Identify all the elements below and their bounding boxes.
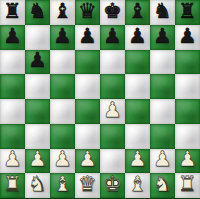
- piece-white-pawn[interactable]: ♟: [78, 149, 97, 170]
- square-c8[interactable]: ♝: [50, 0, 75, 25]
- square-h7[interactable]: ♟: [175, 25, 200, 50]
- square-c1[interactable]: ♝: [50, 173, 75, 198]
- square-b6[interactable]: ♟: [25, 50, 50, 75]
- piece-black-king[interactable]: ♚: [103, 1, 122, 22]
- piece-white-pawn[interactable]: ♟: [128, 149, 147, 170]
- piece-white-pawn[interactable]: ♟: [153, 149, 172, 170]
- piece-black-pawn[interactable]: ♟: [53, 26, 72, 47]
- square-h5[interactable]: [175, 74, 200, 99]
- piece-white-knight[interactable]: ♞: [153, 174, 172, 195]
- square-b2[interactable]: ♟: [25, 149, 50, 174]
- square-c4[interactable]: [50, 99, 75, 124]
- piece-white-bishop[interactable]: ♝: [128, 174, 147, 195]
- piece-black-pawn[interactable]: ♟: [103, 26, 122, 47]
- square-f7[interactable]: ♟: [125, 25, 150, 50]
- piece-black-queen[interactable]: ♛: [78, 1, 97, 22]
- square-e6[interactable]: [100, 50, 125, 75]
- square-a2[interactable]: ♟: [0, 149, 25, 174]
- piece-black-pawn[interactable]: ♟: [28, 50, 47, 71]
- square-d7[interactable]: ♟: [75, 25, 100, 50]
- square-h6[interactable]: [175, 50, 200, 75]
- piece-white-pawn[interactable]: ♟: [103, 100, 122, 121]
- piece-black-pawn[interactable]: ♟: [153, 26, 172, 47]
- square-a1[interactable]: ♜: [0, 173, 25, 198]
- piece-white-knight[interactable]: ♞: [28, 174, 47, 195]
- square-f1[interactable]: ♝: [125, 173, 150, 198]
- square-a7[interactable]: ♟: [0, 25, 25, 50]
- square-f5[interactable]: [125, 74, 150, 99]
- square-a5[interactable]: [0, 74, 25, 99]
- square-d1[interactable]: ♛: [75, 173, 100, 198]
- square-a3[interactable]: [0, 124, 25, 149]
- square-b3[interactable]: [25, 124, 50, 149]
- square-b4[interactable]: [25, 99, 50, 124]
- piece-white-pawn[interactable]: ♟: [53, 149, 72, 170]
- square-b7[interactable]: [25, 25, 50, 50]
- piece-black-pawn[interactable]: ♟: [178, 26, 197, 47]
- square-f3[interactable]: [125, 124, 150, 149]
- square-b8[interactable]: ♞: [25, 0, 50, 25]
- square-h4[interactable]: [175, 99, 200, 124]
- square-d6[interactable]: [75, 50, 100, 75]
- square-a6[interactable]: [0, 50, 25, 75]
- square-g6[interactable]: [150, 50, 175, 75]
- square-d8[interactable]: ♛: [75, 0, 100, 25]
- piece-black-pawn[interactable]: ♟: [128, 26, 147, 47]
- square-h1[interactable]: ♜: [175, 173, 200, 198]
- square-b1[interactable]: ♞: [25, 173, 50, 198]
- piece-black-bishop[interactable]: ♝: [53, 1, 72, 22]
- square-c3[interactable]: [50, 124, 75, 149]
- square-a8[interactable]: ♜: [0, 0, 25, 25]
- square-e8[interactable]: ♚: [100, 0, 125, 25]
- square-e7[interactable]: ♟: [100, 25, 125, 50]
- piece-white-pawn[interactable]: ♟: [28, 149, 47, 170]
- piece-black-knight[interactable]: ♞: [153, 1, 172, 22]
- square-h2[interactable]: ♟: [175, 149, 200, 174]
- square-b5[interactable]: [25, 74, 50, 99]
- piece-black-rook[interactable]: ♜: [178, 1, 197, 22]
- square-g2[interactable]: ♟: [150, 149, 175, 174]
- square-e5[interactable]: [100, 74, 125, 99]
- piece-black-knight[interactable]: ♞: [28, 1, 47, 22]
- piece-white-rook[interactable]: ♜: [178, 174, 197, 195]
- piece-black-pawn[interactable]: ♟: [78, 26, 97, 47]
- square-c5[interactable]: [50, 74, 75, 99]
- square-d4[interactable]: [75, 99, 100, 124]
- square-d2[interactable]: ♟: [75, 149, 100, 174]
- square-g8[interactable]: ♞: [150, 0, 175, 25]
- square-g5[interactable]: [150, 74, 175, 99]
- square-d3[interactable]: [75, 124, 100, 149]
- piece-black-rook[interactable]: ♜: [3, 1, 22, 22]
- square-c2[interactable]: ♟: [50, 149, 75, 174]
- square-g3[interactable]: [150, 124, 175, 149]
- square-c7[interactable]: ♟: [50, 25, 75, 50]
- square-g4[interactable]: [150, 99, 175, 124]
- square-f4[interactable]: [125, 99, 150, 124]
- square-d5[interactable]: [75, 74, 100, 99]
- piece-white-king[interactable]: ♚: [103, 174, 122, 195]
- chess-board: ♜♞♝♛♚♝♞♜♟♟♟♟♟♟♟♟♟♟♟♟♟♟♟♟♜♞♝♛♚♝♞♜: [0, 0, 200, 199]
- piece-white-pawn[interactable]: ♟: [178, 149, 197, 170]
- square-h3[interactable]: [175, 124, 200, 149]
- square-e2[interactable]: [100, 149, 125, 174]
- square-h8[interactable]: ♜: [175, 0, 200, 25]
- square-c6[interactable]: [50, 50, 75, 75]
- square-f2[interactable]: ♟: [125, 149, 150, 174]
- square-e3[interactable]: [100, 124, 125, 149]
- square-e4[interactable]: ♟: [100, 99, 125, 124]
- square-a4[interactable]: [0, 99, 25, 124]
- piece-white-bishop[interactable]: ♝: [53, 174, 72, 195]
- square-f8[interactable]: ♝: [125, 0, 150, 25]
- piece-black-pawn[interactable]: ♟: [3, 26, 22, 47]
- square-e1[interactable]: ♚: [100, 173, 125, 198]
- piece-white-queen[interactable]: ♛: [78, 174, 97, 195]
- piece-white-pawn[interactable]: ♟: [3, 149, 22, 170]
- piece-black-bishop[interactable]: ♝: [128, 1, 147, 22]
- square-g7[interactable]: ♟: [150, 25, 175, 50]
- square-f6[interactable]: [125, 50, 150, 75]
- piece-white-rook[interactable]: ♜: [3, 174, 22, 195]
- square-g1[interactable]: ♞: [150, 173, 175, 198]
